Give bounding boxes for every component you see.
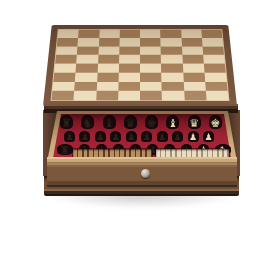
felt-slot: ♝: [103, 115, 116, 129]
square-c3: [97, 72, 119, 81]
drawer-piece-white-king: ♚: [211, 117, 221, 128]
drawer-piece-white-queen: ♛: [189, 117, 199, 128]
square-e1: [140, 91, 162, 100]
square-h7: [202, 38, 223, 46]
square-a8: [58, 30, 79, 38]
drawer-piece-black-knight: ♞: [83, 117, 93, 128]
square-b4: [76, 64, 98, 73]
square-g8: [181, 30, 202, 38]
drawer-piece-black-pawn: ♟: [174, 133, 182, 142]
square-e8: [140, 30, 161, 38]
square-c2: [96, 82, 118, 91]
square-f7: [161, 38, 182, 46]
square-a5: [55, 55, 77, 64]
felt-slot: ♟: [141, 131, 152, 142]
drawer-piece-black-pawn: ♟: [65, 133, 73, 142]
felt-slot: ♚: [145, 115, 158, 129]
square-a1: [52, 91, 75, 100]
square-d1: [118, 91, 140, 100]
felt-slot: ♟: [79, 131, 90, 142]
square-f6: [161, 46, 182, 55]
felt-slot: ♟: [110, 131, 121, 142]
square-h1: [206, 91, 229, 100]
square-a3: [53, 72, 75, 81]
square-b1: [74, 91, 97, 100]
square-c4: [97, 64, 119, 73]
felt-slot: ♝: [166, 115, 179, 129]
square-h8: [201, 30, 222, 38]
square-a7: [57, 38, 78, 46]
felt-slot: ♟: [157, 131, 168, 142]
drawer-piece-black-bishop: ♝: [104, 117, 114, 128]
product-photo-chess-box: ♜♞♝♛♚♝♛♚♟♟♟♟♟♟♟♟♟♟♜♟♟♟♟♟♟♟♟♞: [0, 0, 280, 280]
square-h5: [203, 55, 225, 64]
drawer-piece-black-queen: ♛: [125, 117, 135, 128]
square-c7: [98, 38, 119, 46]
square-f2: [162, 82, 184, 91]
square-b7: [78, 38, 99, 46]
chess-board: [43, 25, 237, 106]
felt-slot: ♟: [95, 131, 106, 142]
drawer-piece-white-pawn: ♟: [204, 133, 212, 142]
felt-slot: ♟: [64, 131, 75, 142]
drawer-back-row: ♜♞♝♛♚♝♛♚: [60, 115, 222, 129]
drawer-piece-black-pawn: ♟: [158, 133, 166, 142]
drawer-piece-black-pawn: ♟: [112, 133, 120, 142]
square-a4: [54, 64, 76, 73]
square-b3: [75, 72, 97, 81]
square-d3: [118, 72, 140, 81]
square-g4: [182, 64, 204, 73]
drawer-piece-black-pawn: ♟: [96, 133, 104, 142]
felt-slot: ♟: [126, 131, 137, 142]
square-c6: [98, 46, 119, 55]
square-f3: [161, 72, 183, 81]
felt-slot: ♛: [124, 115, 137, 129]
felt-slot: ♛: [188, 115, 201, 129]
square-b6: [77, 46, 98, 55]
felt-slot: ♜: [57, 144, 73, 155]
felt-slot: ♜: [60, 115, 73, 129]
square-c8: [99, 30, 120, 38]
square-b2: [74, 82, 96, 91]
drawer-piece-white-pawn: ♟: [189, 133, 197, 142]
square-g5: [182, 55, 204, 64]
square-e6: [140, 46, 161, 55]
square-g3: [183, 72, 205, 81]
square-h6: [202, 46, 224, 55]
drawer-knob: [141, 169, 150, 178]
drawer-piece-black-pawn: ♟: [81, 133, 89, 142]
drawer-piece-black-pawn: ♟: [127, 133, 135, 142]
square-g1: [184, 91, 207, 100]
square-f4: [161, 64, 183, 73]
square-e5: [140, 55, 161, 64]
square-g7: [181, 38, 202, 46]
square-d8: [119, 30, 140, 38]
square-d2: [118, 82, 140, 91]
square-a6: [56, 46, 78, 55]
square-d5: [119, 55, 140, 64]
drawer-piece-black-rook: ♜: [60, 145, 70, 156]
square-f1: [162, 91, 184, 100]
square-e3: [140, 72, 162, 81]
square-c1: [96, 91, 118, 100]
square-d6: [119, 46, 140, 55]
square-a2: [52, 82, 75, 91]
square-f5: [161, 55, 182, 64]
felt-slot: ♞: [81, 115, 94, 129]
felt-slot: ♟: [188, 131, 199, 142]
felt-slot: ♚: [209, 115, 222, 129]
square-f8: [160, 30, 181, 38]
square-g2: [183, 82, 205, 91]
square-b8: [78, 30, 99, 38]
square-b5: [76, 55, 98, 64]
square-e4: [140, 64, 161, 73]
square-h2: [205, 82, 228, 91]
square-e2: [140, 82, 162, 91]
drawer-piece-white-bishop: ♝: [168, 117, 178, 128]
square-c5: [98, 55, 119, 64]
drawer-piece-black-king: ♚: [147, 117, 157, 128]
square-e7: [140, 38, 161, 46]
felt-slot: ♟: [172, 131, 183, 142]
drawer-piece-black-pawn: ♟: [143, 133, 151, 142]
drawer-middle-row: ♟♟♟♟♟♟♟♟♟♟: [64, 131, 214, 142]
drawer-piece-black-rook: ♜: [62, 117, 72, 128]
square-g6: [182, 46, 203, 55]
square-h4: [204, 64, 226, 73]
square-d7: [119, 38, 140, 46]
square-d4: [119, 64, 140, 73]
felt-slot: ♟: [203, 131, 214, 142]
square-h3: [204, 72, 226, 81]
chess-board-grid: [50, 29, 229, 101]
